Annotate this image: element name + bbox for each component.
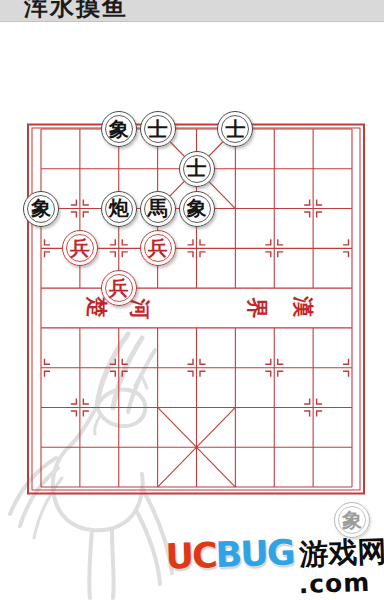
river-label-han: 漢 bbox=[290, 294, 316, 320]
piece-black-horse[interactable]: 馬 bbox=[140, 191, 176, 227]
piece-black-advisor[interactable]: 士 bbox=[140, 111, 176, 147]
piece-black-elephant[interactable]: 象 bbox=[179, 191, 215, 227]
piece-red-soldier[interactable]: 兵 bbox=[101, 270, 137, 306]
watermark-bug: BUG bbox=[215, 535, 294, 573]
watermark-site: 游戏网 bbox=[299, 537, 384, 569]
piece-black-advisor[interactable]: 士 bbox=[179, 151, 215, 187]
watermark-tld: .com bbox=[298, 569, 384, 597]
piece-black-cannon[interactable]: 炮 bbox=[101, 191, 137, 227]
watermark-uc: UC bbox=[165, 538, 216, 575]
site-watermark: UCBUG 游戏网 .com bbox=[165, 532, 384, 600]
game-screen: 楚 河 漢 界 象士士士象炮馬象兵兵兵 象 UCBUG 游戏网 .com 浑水摸… bbox=[0, 0, 384, 600]
level-title: 浑水摸鱼 bbox=[24, 0, 128, 22]
river-label-jie: 界 bbox=[244, 295, 270, 321]
piece-red-soldier[interactable]: 兵 bbox=[62, 230, 98, 266]
piece-black-elephant[interactable]: 象 bbox=[101, 111, 137, 147]
piece-red-soldier[interactable]: 兵 bbox=[140, 230, 176, 266]
piece-black-elephant[interactable]: 象 bbox=[23, 191, 59, 227]
title-bar: 浑水摸鱼 bbox=[0, 0, 384, 22]
